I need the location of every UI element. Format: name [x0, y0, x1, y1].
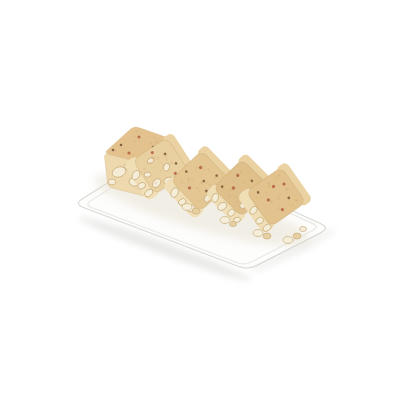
crumb — [300, 227, 307, 232]
crumb — [253, 230, 263, 237]
grain-dot — [123, 153, 124, 154]
nut — [108, 179, 116, 185]
crumb — [182, 204, 192, 211]
crumb — [230, 222, 237, 227]
grain-dot — [155, 141, 157, 143]
speck — [120, 144, 123, 147]
grain-dot — [140, 132, 141, 133]
grain-dot — [138, 140, 140, 142]
speck — [112, 149, 115, 152]
grain-dot — [150, 142, 152, 144]
crumb — [263, 233, 271, 239]
crumb — [192, 208, 200, 214]
grain-dot — [114, 150, 116, 152]
grain-dot — [134, 136, 135, 137]
grain-dot — [134, 141, 136, 143]
grain-dot — [132, 154, 134, 156]
product-photo-svg — [0, 0, 400, 400]
product-image — [0, 0, 400, 400]
speck — [137, 135, 140, 138]
grain-dot — [153, 137, 155, 139]
grain-dot — [156, 139, 158, 141]
crumb — [293, 233, 301, 239]
grain-dot — [136, 131, 138, 133]
crumb — [220, 217, 230, 224]
speck — [127, 151, 130, 154]
crumb — [283, 237, 293, 244]
nut — [144, 172, 151, 177]
